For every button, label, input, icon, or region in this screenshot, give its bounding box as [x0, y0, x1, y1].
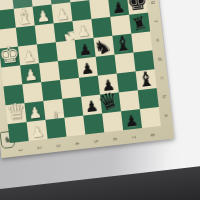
white-pawn-g4: ♟: [55, 7, 70, 23]
square-a5: [83, 113, 104, 134]
square-g3: ♟: [33, 4, 54, 25]
rank-label-1: 1: [13, 140, 27, 160]
rank-label-2: 2: [32, 138, 46, 158]
square-d6: [96, 55, 117, 76]
white-pawn-g3: ♟: [36, 9, 51, 25]
square-c2: [22, 82, 43, 103]
black-pawn-e5: ♟: [78, 42, 93, 58]
board-grid: ♝♟♟♟♚♞♟♜♚♟♟♞♝♟♟♟♝♛♟♜♟♛♟♟: [0, 0, 161, 143]
white-pawn-f5: ♟: [76, 23, 91, 39]
white-bishop-g2: ♝: [14, 6, 34, 28]
black-bishop-e7: ♝: [113, 33, 133, 55]
rank-label-7: 7: [126, 127, 140, 147]
rank-label-3: 3: [51, 136, 65, 156]
black-pawn-a7: ♟: [124, 113, 139, 129]
square-a7: ♟: [121, 109, 142, 130]
square-b1: ♛: [6, 103, 27, 124]
rank-label-5: 5: [89, 131, 103, 151]
black-pawn-c6: ♟: [101, 78, 116, 94]
square-e4: [56, 40, 77, 61]
square-e6: ♞: [94, 36, 115, 57]
square-g5: [70, 0, 91, 21]
square-e2: ♟: [18, 44, 39, 65]
square-e3: [37, 42, 58, 63]
photo-of-chessboard: ♝♟♟♟♚♞♟♜♚♟♟♞♝♟♟♟♝♛♟♜♟♛♟♟ 12345678 hgfedc…: [0, 0, 200, 200]
square-g2: ♝: [14, 7, 35, 28]
square-f3: [35, 23, 56, 44]
square-e7: ♝: [112, 34, 133, 55]
square-b6: ♛: [100, 92, 121, 113]
square-d8: [133, 50, 154, 71]
square-e1: ♚: [0, 47, 20, 68]
square-c4: [60, 78, 81, 99]
square-a3: [45, 118, 66, 139]
square-f8: ♜: [129, 13, 150, 34]
square-b8: [138, 88, 159, 109]
square-c3: [41, 80, 62, 101]
square-f5: ♟: [72, 19, 93, 40]
black-pawn-g7: ♟: [111, 0, 126, 16]
square-d3: [39, 61, 60, 82]
square-e8: [131, 31, 152, 52]
black-pawn-b5: ♟: [84, 99, 99, 115]
square-c7: [117, 71, 138, 92]
white-pawn-a2: ♟: [30, 124, 45, 140]
table-edge-shadow: [0, 164, 200, 200]
chessboard-scene: ♝♟♟♟♚♞♟♜♚♟♟♞♝♟♟♟♝♛♟♜♟♛♟♟ 12345678 hgfedc…: [0, 0, 174, 158]
square-b4: [62, 97, 83, 118]
white-pawn-d2: ♟: [23, 68, 38, 84]
square-a6: [102, 111, 123, 132]
square-d2: ♟: [20, 63, 41, 84]
square-f4: ♞: [54, 21, 75, 42]
rank-label-6: 6: [108, 129, 122, 149]
square-a8: [140, 107, 161, 128]
square-a1: [8, 122, 29, 143]
black-pawn-d5: ♟: [80, 61, 95, 77]
rank-label-4: 4: [70, 133, 84, 153]
black-bishop-c8: ♝: [136, 68, 156, 90]
square-d1: [1, 65, 22, 86]
square-c5: [79, 76, 100, 97]
square-f7: [110, 15, 131, 36]
square-e5: ♟: [75, 38, 96, 59]
square-b3: ♜: [43, 99, 64, 120]
square-d4: [58, 59, 79, 80]
square-f6: [91, 17, 112, 38]
square-c1: [3, 84, 24, 105]
square-c6: ♟: [98, 74, 119, 95]
rank-label-8: 8: [145, 125, 159, 145]
square-f2: [16, 25, 37, 46]
white-pawn-e2: ♟: [21, 49, 36, 65]
square-d5: ♟: [77, 57, 98, 78]
square-d7: [115, 52, 136, 73]
square-a4: [64, 116, 85, 137]
square-a2: ♟: [27, 120, 48, 141]
square-b5: ♟: [81, 95, 102, 116]
square-c8: ♝: [136, 69, 157, 90]
vinyl-chessboard: ♝♟♟♟♚♞♟♜♚♟♟♞♝♟♟♟♝♛♟♜♟♛♟♟ 12345678 hgfedc…: [0, 0, 174, 158]
square-b2: ♟: [24, 101, 45, 122]
square-b7: [119, 90, 140, 111]
square-g4: ♟: [51, 2, 72, 23]
white-pawn-b2: ♟: [28, 105, 43, 121]
